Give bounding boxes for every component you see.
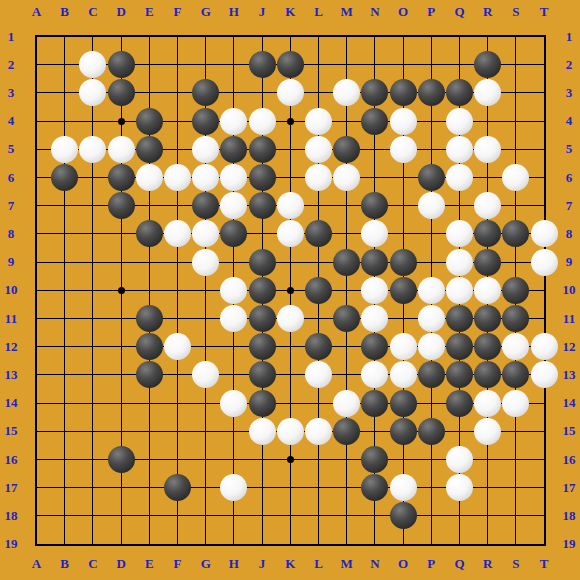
stone-black[interactable] — [51, 164, 78, 191]
stone-black[interactable] — [333, 249, 360, 276]
stone-black[interactable] — [249, 277, 276, 304]
stone-black[interactable] — [108, 446, 135, 473]
stone-white[interactable] — [446, 164, 473, 191]
stone-black[interactable] — [249, 390, 276, 417]
stone-black[interactable] — [136, 108, 163, 135]
stone-white[interactable] — [474, 277, 501, 304]
stone-white[interactable] — [418, 333, 445, 360]
stone-white[interactable] — [446, 136, 473, 163]
stone-black[interactable] — [192, 108, 219, 135]
row-label-left: 19 — [1, 536, 21, 552]
star-point — [118, 287, 125, 294]
row-label-left: 10 — [1, 282, 21, 298]
stone-black[interactable] — [333, 418, 360, 445]
stone-white[interactable] — [220, 390, 247, 417]
stone-black[interactable] — [108, 79, 135, 106]
stone-white[interactable] — [390, 136, 417, 163]
col-label-bottom: R — [478, 556, 498, 572]
row-label-left: 5 — [1, 141, 21, 157]
stone-black[interactable] — [136, 305, 163, 332]
stone-black[interactable] — [390, 502, 417, 529]
stone-white[interactable] — [136, 164, 163, 191]
row-label-right: 15 — [559, 423, 579, 439]
stone-black[interactable] — [108, 164, 135, 191]
stone-black[interactable] — [108, 192, 135, 219]
col-label-bottom: Q — [450, 556, 470, 572]
col-label-bottom: J — [252, 556, 272, 572]
stone-white[interactable] — [164, 164, 191, 191]
row-label-right: 2 — [559, 57, 579, 73]
stone-black[interactable] — [333, 305, 360, 332]
row-label-right: 10 — [559, 282, 579, 298]
stone-black[interactable] — [418, 418, 445, 445]
stone-black[interactable] — [502, 277, 529, 304]
stone-white[interactable] — [446, 108, 473, 135]
stone-white[interactable] — [418, 305, 445, 332]
stone-white[interactable] — [305, 164, 332, 191]
stone-white[interactable] — [277, 305, 304, 332]
stone-white[interactable] — [390, 333, 417, 360]
row-label-right: 3 — [559, 85, 579, 101]
row-label-left: 17 — [1, 480, 21, 496]
stone-black[interactable] — [164, 474, 191, 501]
stone-black[interactable] — [390, 79, 417, 106]
stone-white[interactable] — [390, 108, 417, 135]
stone-white[interactable] — [305, 136, 332, 163]
col-label-bottom: C — [83, 556, 103, 572]
stone-black[interactable] — [108, 51, 135, 78]
row-label-right: 14 — [559, 395, 579, 411]
col-label-top: K — [280, 4, 300, 20]
col-label-bottom: L — [309, 556, 329, 572]
stone-white[interactable] — [474, 390, 501, 417]
col-label-top: B — [55, 4, 75, 20]
col-label-bottom: O — [393, 556, 413, 572]
stone-white[interactable] — [418, 192, 445, 219]
stone-black[interactable] — [390, 390, 417, 417]
stone-black[interactable] — [333, 136, 360, 163]
stone-white[interactable] — [305, 108, 332, 135]
stone-white[interactable] — [361, 277, 388, 304]
row-label-right: 7 — [559, 198, 579, 214]
col-label-top: E — [139, 4, 159, 20]
row-label-right: 18 — [559, 508, 579, 524]
stone-black[interactable] — [277, 51, 304, 78]
row-label-right: 1 — [559, 29, 579, 45]
stone-white[interactable] — [390, 474, 417, 501]
row-label-right: 16 — [559, 452, 579, 468]
stone-white[interactable] — [51, 136, 78, 163]
stone-white[interactable] — [502, 390, 529, 417]
col-label-bottom: D — [111, 556, 131, 572]
stone-white[interactable] — [531, 220, 558, 247]
row-label-left: 11 — [1, 311, 21, 327]
stone-white[interactable] — [446, 277, 473, 304]
row-label-left: 1 — [1, 29, 21, 45]
stone-black[interactable] — [249, 164, 276, 191]
stone-white[interactable] — [249, 418, 276, 445]
stone-black[interactable] — [361, 390, 388, 417]
stone-black[interactable] — [390, 418, 417, 445]
col-label-bottom: M — [337, 556, 357, 572]
stone-white[interactable] — [531, 249, 558, 276]
stone-white[interactable] — [192, 249, 219, 276]
star-point — [118, 118, 125, 125]
col-label-top: A — [27, 4, 47, 20]
col-label-bottom: B — [55, 556, 75, 572]
go-board-screen: AABBCCDDEEFFGGHHJJKKLLMMNNOOPPQQRRSSTT11… — [0, 0, 580, 580]
stone-black[interactable] — [305, 333, 332, 360]
stone-black[interactable] — [249, 136, 276, 163]
stone-black[interactable] — [474, 305, 501, 332]
stone-white[interactable] — [446, 249, 473, 276]
stone-white[interactable] — [164, 333, 191, 360]
col-label-bottom: K — [280, 556, 300, 572]
stone-black[interactable] — [249, 305, 276, 332]
col-label-top: C — [83, 4, 103, 20]
star-point — [287, 287, 294, 294]
stone-white[interactable] — [446, 474, 473, 501]
row-label-left: 4 — [1, 113, 21, 129]
col-label-top: H — [224, 4, 244, 20]
stone-black[interactable] — [361, 108, 388, 135]
stone-white[interactable] — [277, 220, 304, 247]
row-label-left: 7 — [1, 198, 21, 214]
col-label-top: R — [478, 4, 498, 20]
stone-white[interactable] — [418, 277, 445, 304]
stone-black[interactable] — [136, 136, 163, 163]
star-point — [287, 118, 294, 125]
col-label-bottom: F — [168, 556, 188, 572]
col-label-top: O — [393, 4, 413, 20]
col-label-top: S — [506, 4, 526, 20]
stone-white[interactable] — [220, 108, 247, 135]
row-label-left: 13 — [1, 367, 21, 383]
stone-black[interactable] — [446, 333, 473, 360]
row-label-left: 12 — [1, 339, 21, 355]
stone-white[interactable] — [277, 79, 304, 106]
stone-white[interactable] — [249, 108, 276, 135]
stone-black[interactable] — [249, 51, 276, 78]
stone-white[interactable] — [333, 390, 360, 417]
stone-white[interactable] — [277, 418, 304, 445]
row-label-left: 14 — [1, 395, 21, 411]
stone-black[interactable] — [418, 79, 445, 106]
stone-black[interactable] — [361, 249, 388, 276]
row-label-right: 9 — [559, 254, 579, 270]
stone-black[interactable] — [249, 192, 276, 219]
stone-black[interactable] — [418, 361, 445, 388]
stone-black[interactable] — [390, 249, 417, 276]
row-label-right: 11 — [559, 311, 579, 327]
col-label-top: M — [337, 4, 357, 20]
stone-black[interactable] — [446, 305, 473, 332]
stone-white[interactable] — [333, 164, 360, 191]
stone-black[interactable] — [249, 249, 276, 276]
row-label-right: 13 — [559, 367, 579, 383]
stone-black[interactable] — [474, 249, 501, 276]
row-label-left: 3 — [1, 85, 21, 101]
col-label-bottom: G — [196, 556, 216, 572]
stone-black[interactable] — [136, 333, 163, 360]
stone-white[interactable] — [531, 333, 558, 360]
col-label-top: J — [252, 4, 272, 20]
stone-black[interactable] — [446, 390, 473, 417]
stone-black[interactable] — [220, 136, 247, 163]
star-point — [287, 456, 294, 463]
row-label-right: 17 — [559, 480, 579, 496]
row-label-left: 15 — [1, 423, 21, 439]
stone-black[interactable] — [249, 361, 276, 388]
stone-white[interactable] — [474, 418, 501, 445]
col-label-top: Q — [450, 4, 470, 20]
stone-white[interactable] — [108, 136, 135, 163]
stone-white[interactable] — [277, 192, 304, 219]
row-label-right: 6 — [559, 170, 579, 186]
stone-black[interactable] — [249, 333, 276, 360]
col-label-top: L — [309, 4, 329, 20]
col-label-top: T — [534, 4, 554, 20]
stone-white[interactable] — [79, 136, 106, 163]
stone-black[interactable] — [418, 164, 445, 191]
stone-white[interactable] — [192, 164, 219, 191]
stone-white[interactable] — [446, 446, 473, 473]
col-label-bottom: E — [139, 556, 159, 572]
col-label-bottom: A — [27, 556, 47, 572]
stone-black[interactable] — [390, 277, 417, 304]
row-label-left: 2 — [1, 57, 21, 73]
col-label-top: D — [111, 4, 131, 20]
stone-white[interactable] — [305, 418, 332, 445]
stone-white[interactable] — [390, 361, 417, 388]
stone-black[interactable] — [305, 277, 332, 304]
row-label-right: 8 — [559, 226, 579, 242]
row-label-right: 12 — [559, 339, 579, 355]
stone-white[interactable] — [531, 361, 558, 388]
row-label-left: 9 — [1, 254, 21, 270]
stone-white[interactable] — [220, 277, 247, 304]
row-label-right: 19 — [559, 536, 579, 552]
row-label-left: 18 — [1, 508, 21, 524]
col-label-bottom: S — [506, 556, 526, 572]
col-label-top: G — [196, 4, 216, 20]
col-label-bottom: T — [534, 556, 554, 572]
col-label-top: P — [421, 4, 441, 20]
stone-white[interactable] — [474, 136, 501, 163]
stone-black[interactable] — [136, 220, 163, 247]
col-label-bottom: P — [421, 556, 441, 572]
col-label-top: N — [365, 4, 385, 20]
stone-white[interactable] — [192, 136, 219, 163]
row-label-right: 4 — [559, 113, 579, 129]
row-label-right: 5 — [559, 141, 579, 157]
stone-black[interactable] — [136, 361, 163, 388]
col-label-top: F — [168, 4, 188, 20]
row-label-left: 8 — [1, 226, 21, 242]
col-label-bottom: N — [365, 556, 385, 572]
row-label-left: 6 — [1, 170, 21, 186]
row-label-left: 16 — [1, 452, 21, 468]
col-label-bottom: H — [224, 556, 244, 572]
